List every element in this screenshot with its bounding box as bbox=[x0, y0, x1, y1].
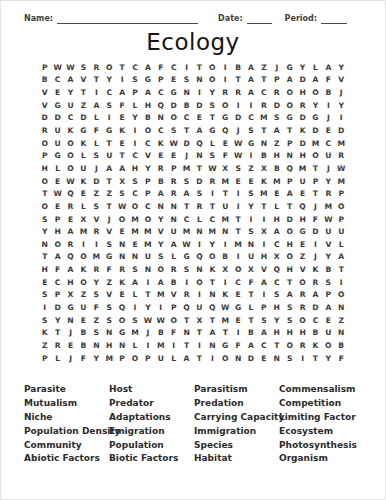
grid-cell-r11c7: S bbox=[116, 187, 129, 200]
grid-cell-r17c11: R bbox=[167, 263, 180, 276]
grid-cell-r22c18: A bbox=[257, 326, 270, 339]
grid-cell-r20c2: D bbox=[51, 301, 64, 314]
grid-cell-r1c1: P bbox=[38, 61, 51, 74]
grid-cell-r8c6: U bbox=[103, 149, 116, 162]
grid-cell-r19c18: I bbox=[257, 289, 270, 302]
grid-cell-r7c8: I bbox=[129, 137, 142, 150]
grid-cell-r3c4: T bbox=[77, 86, 90, 99]
grid-cell-r14c6: V bbox=[103, 225, 116, 238]
grid-cell-r10c20: P bbox=[283, 175, 296, 188]
grid-cell-r24c3: J bbox=[64, 352, 77, 365]
grid-cell-r6c11: S bbox=[167, 124, 180, 137]
grid-cell-r2c22: A bbox=[309, 74, 322, 87]
grid-cell-r22c21: H bbox=[296, 326, 309, 339]
grid-cell-r15c23: V bbox=[322, 238, 335, 251]
worksheet-page: Name: Date: Period: Ecology PWWSROTCAFCI… bbox=[0, 0, 386, 500]
grid-cell-r6c14: G bbox=[206, 124, 219, 137]
grid-cell-r10c15: M bbox=[219, 175, 232, 188]
grid-cell-r10c6: T bbox=[103, 175, 116, 188]
grid-cell-r14c1: Y bbox=[38, 225, 51, 238]
grid-cell-r14c10: V bbox=[154, 225, 167, 238]
grid-cell-r21c22: C bbox=[309, 314, 322, 327]
grid-cell-r18c19: C bbox=[270, 276, 283, 289]
grid-cell-r5c3: C bbox=[64, 112, 77, 125]
grid-cell-r13c10: Y bbox=[154, 213, 167, 226]
grid-cell-r15c7: N bbox=[116, 238, 129, 251]
word-list-item: Biotic Factors bbox=[109, 452, 194, 466]
grid-cell-r5c23: J bbox=[322, 112, 335, 125]
grid-cell-r14c15: N bbox=[219, 225, 232, 238]
grid-cell-r12c3: R bbox=[64, 200, 77, 213]
grid-cell-r14c13: N bbox=[193, 225, 206, 238]
grid-cell-r10c4: K bbox=[77, 175, 90, 188]
grid-cell-r5c7: E bbox=[116, 112, 129, 125]
grid-cell-r13c17: I bbox=[245, 213, 258, 226]
grid-cell-r7c24: M bbox=[335, 137, 348, 150]
grid-cell-r15c1: N bbox=[38, 238, 51, 251]
grid-cell-r1c6: O bbox=[103, 61, 116, 74]
grid-cell-r6c10: C bbox=[154, 124, 167, 137]
word-list-item: Ecosystem bbox=[279, 425, 385, 439]
date-blank-line bbox=[247, 14, 272, 24]
grid-cell-r24c1: P bbox=[38, 352, 51, 365]
worksheet-header: Name: Date: Period: bbox=[1, 1, 385, 24]
grid-cell-r9c20: Q bbox=[283, 162, 296, 175]
grid-cell-r9c1: H bbox=[38, 162, 51, 175]
grid-cell-r8c22: O bbox=[309, 149, 322, 162]
grid-cell-r10c14: R bbox=[206, 175, 219, 188]
grid-cell-r16c18: H bbox=[257, 251, 270, 264]
grid-cell-r2c10: P bbox=[154, 74, 167, 87]
grid-cell-r11c4: E bbox=[77, 187, 90, 200]
grid-cell-r20c3: G bbox=[64, 301, 77, 314]
grid-cell-r15c21: E bbox=[296, 238, 309, 251]
grid-cell-r17c19: Q bbox=[270, 263, 283, 276]
grid-cell-r16c7: N bbox=[116, 251, 129, 264]
grid-cell-r1c24: Y bbox=[335, 61, 348, 74]
grid-cell-r19c10: M bbox=[154, 289, 167, 302]
grid-cell-r3c14: Y bbox=[206, 86, 219, 99]
grid-cell-r18c17: F bbox=[245, 276, 258, 289]
grid-cell-r7c5: L bbox=[90, 137, 103, 150]
grid-cell-r22c10: B bbox=[154, 326, 167, 339]
grid-cell-r16c1: T bbox=[38, 251, 51, 264]
grid-cell-r3c13: I bbox=[193, 86, 206, 99]
word-list-item: Community bbox=[24, 439, 109, 453]
grid-cell-r23c1: Z bbox=[38, 339, 51, 352]
grid-cell-r4c14: S bbox=[206, 99, 219, 112]
grid-cell-r2c20: A bbox=[283, 74, 296, 87]
grid-cell-r1c22: L bbox=[309, 61, 322, 74]
grid-cell-r7c4: K bbox=[77, 137, 90, 150]
grid-cell-r16c17: U bbox=[245, 251, 258, 264]
grid-cell-r23c5: N bbox=[90, 339, 103, 352]
grid-cell-r7c22: M bbox=[309, 137, 322, 150]
grid-cell-r4c11: D bbox=[167, 99, 180, 112]
grid-cell-r8c9: V bbox=[141, 149, 154, 162]
grid-cell-r5c1: D bbox=[38, 112, 51, 125]
grid-cell-r4c18: R bbox=[257, 99, 270, 112]
grid-cell-r3c24: J bbox=[335, 86, 348, 99]
grid-cell-r12c19: L bbox=[270, 200, 283, 213]
grid-cell-r16c20: O bbox=[283, 251, 296, 264]
grid-cell-r5c15: G bbox=[219, 112, 232, 125]
grid-cell-r6c19: A bbox=[270, 124, 283, 137]
grid-cell-r14c2: H bbox=[51, 225, 64, 238]
grid-cell-r19c17: T bbox=[245, 289, 258, 302]
grid-cell-r20c19: H bbox=[270, 301, 283, 314]
grid-cell-r3c3: Y bbox=[64, 86, 77, 99]
grid-cell-r15c2: O bbox=[51, 238, 64, 251]
grid-cell-r16c24: A bbox=[335, 251, 348, 264]
grid-cell-r23c11: I bbox=[167, 339, 180, 352]
grid-cell-r21c20: S bbox=[283, 314, 296, 327]
grid-cell-r6c9: O bbox=[141, 124, 154, 137]
grid-cell-r6c6: G bbox=[103, 124, 116, 137]
grid-cell-r2c12: S bbox=[180, 74, 193, 87]
grid-cell-r3c2: E bbox=[51, 86, 64, 99]
grid-cell-r18c23: S bbox=[322, 276, 335, 289]
grid-cell-r20c13: U bbox=[193, 301, 206, 314]
grid-cell-r19c12: R bbox=[180, 289, 193, 302]
grid-cell-r21c18: S bbox=[257, 314, 270, 327]
grid-cell-r6c17: S bbox=[245, 124, 258, 137]
grid-cell-r17c6: F bbox=[103, 263, 116, 276]
grid-cell-r14c20: O bbox=[283, 225, 296, 238]
grid-cell-r17c2: F bbox=[51, 263, 64, 276]
grid-cell-r12c16: I bbox=[232, 200, 245, 213]
grid-cell-r16c6: G bbox=[103, 251, 116, 264]
grid-cell-r19c9: T bbox=[141, 289, 154, 302]
grid-cell-r11c16: I bbox=[232, 187, 245, 200]
grid-cell-r8c12: J bbox=[180, 149, 193, 162]
grid-cell-r18c21: O bbox=[296, 276, 309, 289]
grid-cell-r15c9: M bbox=[141, 238, 154, 251]
grid-cell-r22c20: H bbox=[283, 326, 296, 339]
grid-cell-r16c3: Q bbox=[64, 251, 77, 264]
grid-cell-r19c8: L bbox=[129, 289, 142, 302]
grid-cell-r8c8: C bbox=[129, 149, 142, 162]
grid-cell-r14c21: G bbox=[296, 225, 309, 238]
grid-cell-r8c13: N bbox=[193, 149, 206, 162]
grid-cell-r7c20: P bbox=[283, 137, 296, 150]
grid-cell-r2c4: V bbox=[77, 74, 90, 87]
grid-cell-r12c4: L bbox=[77, 200, 90, 213]
grid-cell-r13c2: P bbox=[51, 213, 64, 226]
grid-cell-r8c23: U bbox=[322, 149, 335, 162]
grid-cell-r19c20: A bbox=[283, 289, 296, 302]
grid-cell-r15c3: R bbox=[64, 238, 77, 251]
grid-cell-r1c23: A bbox=[322, 61, 335, 74]
grid-cell-r20c23: A bbox=[322, 301, 335, 314]
grid-cell-r24c13: T bbox=[193, 352, 206, 365]
grid-cell-r17c7: R bbox=[116, 263, 129, 276]
date-label: Date: bbox=[218, 14, 243, 24]
grid-cell-r3c5: I bbox=[90, 86, 103, 99]
grid-cell-r17c10: O bbox=[154, 263, 167, 276]
grid-cell-r20c22: D bbox=[309, 301, 322, 314]
grid-cell-r20c12: Q bbox=[180, 301, 193, 314]
word-list-item: Photosynthesis bbox=[279, 439, 385, 453]
grid-cell-r22c13: T bbox=[193, 326, 206, 339]
grid-cell-r17c20: H bbox=[283, 263, 296, 276]
grid-cell-r22c14: A bbox=[206, 326, 219, 339]
grid-cell-r1c4: S bbox=[77, 61, 90, 74]
grid-cell-r6c12: T bbox=[180, 124, 193, 137]
grid-cell-r21c16: E bbox=[232, 314, 245, 327]
grid-cell-r17c5: R bbox=[90, 263, 103, 276]
grid-cell-r8c20: N bbox=[283, 149, 296, 162]
grid-cell-r24c9: P bbox=[141, 352, 154, 365]
grid-cell-r21c4: E bbox=[77, 314, 90, 327]
grid-cell-r4c5: A bbox=[90, 99, 103, 112]
grid-cell-r1c19: J bbox=[270, 61, 283, 74]
grid-cell-r14c5: R bbox=[90, 225, 103, 238]
grid-cell-r3c22: O bbox=[309, 86, 322, 99]
grid-cell-r13c8: M bbox=[129, 213, 142, 226]
grid-cell-r20c20: S bbox=[283, 301, 296, 314]
grid-cell-r17c12: S bbox=[180, 263, 193, 276]
grid-cell-r8c3: O bbox=[64, 149, 77, 162]
grid-cell-r20c9: Y bbox=[141, 301, 154, 314]
grid-cell-r1c9: A bbox=[141, 61, 154, 74]
grid-cell-r2c6: Y bbox=[103, 74, 116, 87]
grid-cell-r8c19: H bbox=[270, 149, 283, 162]
grid-cell-r12c1: O bbox=[38, 200, 51, 213]
grid-cell-r14c22: D bbox=[309, 225, 322, 238]
grid-cell-r16c14: O bbox=[206, 251, 219, 264]
grid-cell-r19c24: O bbox=[335, 289, 348, 302]
grid-cell-r3c23: B bbox=[322, 86, 335, 99]
grid-cell-r20c10: I bbox=[154, 301, 167, 314]
grid-cell-r7c13: Q bbox=[193, 137, 206, 150]
grid-cell-r4c17: I bbox=[245, 99, 258, 112]
grid-cell-r24c19: N bbox=[270, 352, 283, 365]
grid-cell-r23c21: R bbox=[296, 339, 309, 352]
grid-cell-r1c15: I bbox=[219, 61, 232, 74]
grid-cell-r3c7: A bbox=[116, 86, 129, 99]
grid-cell-r14c7: E bbox=[116, 225, 129, 238]
grid-cell-r12c15: U bbox=[219, 200, 232, 213]
grid-cell-r14c12: M bbox=[180, 225, 193, 238]
grid-cell-r3c12: N bbox=[180, 86, 193, 99]
grid-cell-r24c24: F bbox=[335, 352, 348, 365]
grid-cell-r11c13: S bbox=[193, 187, 206, 200]
grid-cell-r4c16: I bbox=[232, 99, 245, 112]
name-label: Name: bbox=[24, 14, 53, 24]
grid-cell-r6c21: K bbox=[296, 124, 309, 137]
grid-cell-r7c3: O bbox=[64, 137, 77, 150]
grid-cell-r17c24: T bbox=[335, 263, 348, 276]
grid-cell-r4c9: H bbox=[141, 99, 154, 112]
grid-cell-r24c5: Y bbox=[90, 352, 103, 365]
grid-cell-r9c11: P bbox=[167, 162, 180, 175]
grid-cell-r21c11: O bbox=[167, 314, 180, 327]
grid-cell-r11c21: E bbox=[296, 187, 309, 200]
grid-cell-r17c15: X bbox=[219, 263, 232, 276]
grid-cell-r6c3: K bbox=[64, 124, 77, 137]
grid-cell-r1c16: B bbox=[232, 61, 245, 74]
grid-cell-r7c19: Z bbox=[270, 137, 283, 150]
grid-cell-r20c15: W bbox=[219, 301, 232, 314]
grid-cell-r12c24: O bbox=[335, 200, 348, 213]
grid-cell-r7c17: G bbox=[245, 137, 258, 150]
grid-cell-r12c23: M bbox=[322, 200, 335, 213]
word-list-item: Population Density bbox=[24, 425, 109, 439]
grid-cell-r6c15: Q bbox=[219, 124, 232, 137]
grid-cell-r19c23: P bbox=[322, 289, 335, 302]
grid-cell-r2c9: G bbox=[141, 74, 154, 87]
word-list-item: Niche bbox=[24, 411, 109, 425]
grid-cell-r7c14: L bbox=[206, 137, 219, 150]
grid-cell-r10c12: S bbox=[180, 175, 193, 188]
grid-cell-r11c15: T bbox=[219, 187, 232, 200]
grid-cell-r4c7: F bbox=[116, 99, 129, 112]
grid-cell-r21c15: M bbox=[219, 314, 232, 327]
grid-cell-r18c1: E bbox=[38, 276, 51, 289]
word-list-item: Habitat bbox=[194, 452, 279, 466]
grid-cell-r10c22: P bbox=[309, 175, 322, 188]
grid-cell-r2c14: O bbox=[206, 74, 219, 87]
grid-cell-r5c6: I bbox=[103, 112, 116, 125]
grid-cell-r16c13: Q bbox=[193, 251, 206, 264]
name-blank-line bbox=[57, 14, 198, 24]
grid-cell-r23c6: H bbox=[103, 339, 116, 352]
grid-cell-r13c21: H bbox=[296, 213, 309, 226]
grid-cell-r23c23: O bbox=[322, 339, 335, 352]
grid-cell-r2c24: V bbox=[335, 74, 348, 87]
grid-cell-r20c16: G bbox=[232, 301, 245, 314]
grid-cell-r19c19: S bbox=[270, 289, 283, 302]
grid-cell-r15c8: E bbox=[129, 238, 142, 251]
grid-cell-r20c14: Q bbox=[206, 301, 219, 314]
grid-cell-r22c12: N bbox=[180, 326, 193, 339]
grid-cell-r24c22: T bbox=[309, 352, 322, 365]
grid-cell-r5c17: C bbox=[245, 112, 258, 125]
grid-cell-r23c9: I bbox=[141, 339, 154, 352]
grid-cell-r11c10: A bbox=[154, 187, 167, 200]
grid-cell-r2c1: B bbox=[38, 74, 51, 87]
word-list-item: Adaptations bbox=[109, 411, 194, 425]
word-list-item: Predation bbox=[194, 397, 279, 411]
grid-cell-r16c19: X bbox=[270, 251, 283, 264]
grid-cell-r12c8: O bbox=[129, 200, 142, 213]
grid-cell-r9c10: R bbox=[154, 162, 167, 175]
grid-cell-r9c23: J bbox=[322, 162, 335, 175]
grid-cell-r8c15: F bbox=[219, 149, 232, 162]
grid-cell-r23c20: O bbox=[283, 339, 296, 352]
grid-cell-r6c13: A bbox=[193, 124, 206, 137]
grid-cell-r6c1: R bbox=[38, 124, 51, 137]
grid-cell-r3c6: C bbox=[103, 86, 116, 99]
grid-cell-r23c14: N bbox=[206, 339, 219, 352]
grid-cell-r9c18: X bbox=[257, 162, 270, 175]
grid-cell-r5c21: D bbox=[296, 112, 309, 125]
grid-cell-r5c24: I bbox=[335, 112, 348, 125]
grid-cell-r9c21: M bbox=[296, 162, 309, 175]
grid-cell-r13c20: D bbox=[283, 213, 296, 226]
grid-cell-r21c10: W bbox=[154, 314, 167, 327]
grid-cell-r21c3: N bbox=[64, 314, 77, 327]
word-list-item: Parasitism bbox=[194, 383, 279, 397]
grid-cell-r21c23: E bbox=[322, 314, 335, 327]
word-list-item: Commensalism bbox=[279, 383, 385, 397]
grid-cell-r2c17: A bbox=[245, 74, 258, 87]
grid-cell-r1c7: T bbox=[116, 61, 129, 74]
grid-cell-r12c10: N bbox=[154, 200, 167, 213]
grid-cell-r20c24: N bbox=[335, 301, 348, 314]
grid-cell-r20c5: F bbox=[90, 301, 103, 314]
grid-cell-r12c5: S bbox=[90, 200, 103, 213]
grid-cell-r9c7: A bbox=[116, 162, 129, 175]
grid-cell-r11c23: R bbox=[322, 187, 335, 200]
grid-cell-r19c11: V bbox=[167, 289, 180, 302]
grid-cell-r18c9: I bbox=[141, 276, 154, 289]
word-list-item: Abiotic Factors bbox=[24, 452, 109, 466]
grid-cell-r16c23: Y bbox=[322, 251, 335, 264]
grid-cell-r14c4: M bbox=[77, 225, 90, 238]
grid-cell-r1c5: R bbox=[90, 61, 103, 74]
grid-cell-r4c10: Q bbox=[154, 99, 167, 112]
grid-cell-r7c18: N bbox=[257, 137, 270, 150]
grid-cell-r14c19: A bbox=[270, 225, 283, 238]
grid-cell-r10c23: Y bbox=[322, 175, 335, 188]
grid-cell-r19c5: S bbox=[90, 289, 103, 302]
grid-cell-r7c16: W bbox=[232, 137, 245, 150]
word-list-item: Parasite bbox=[24, 383, 109, 397]
grid-cell-r18c2: C bbox=[51, 276, 64, 289]
grid-cell-r24c16: N bbox=[232, 352, 245, 365]
puzzle-title: Ecology bbox=[1, 29, 385, 55]
grid-cell-r4c12: B bbox=[180, 99, 193, 112]
word-list-item: Competition bbox=[279, 397, 385, 411]
grid-cell-r9c9: Y bbox=[141, 162, 154, 175]
grid-cell-r6c20: T bbox=[283, 124, 296, 137]
grid-cell-r5c2: D bbox=[51, 112, 64, 125]
grid-cell-r23c16: F bbox=[232, 339, 245, 352]
grid-cell-r23c8: L bbox=[129, 339, 142, 352]
grid-cell-r8c11: E bbox=[167, 149, 180, 162]
grid-cell-r10c17: E bbox=[245, 175, 258, 188]
grid-cell-r13c7: O bbox=[116, 213, 129, 226]
grid-cell-r4c15: O bbox=[219, 99, 232, 112]
grid-cell-r23c12: T bbox=[180, 339, 193, 352]
grid-cell-r17c4: K bbox=[77, 263, 90, 276]
grid-cell-r2c16: T bbox=[232, 74, 245, 87]
grid-cell-r18c18: A bbox=[257, 276, 270, 289]
grid-cell-r10c24: M bbox=[335, 175, 348, 188]
grid-cell-r9c19: B bbox=[270, 162, 283, 175]
grid-cell-r19c1: S bbox=[38, 289, 51, 302]
grid-cell-r9c16: S bbox=[232, 162, 245, 175]
grid-cell-r5c9: B bbox=[141, 112, 154, 125]
grid-cell-r8c2: G bbox=[51, 149, 64, 162]
grid-cell-r16c15: B bbox=[219, 251, 232, 264]
grid-cell-r5c22: G bbox=[309, 112, 322, 125]
grid-cell-r10c5: D bbox=[90, 175, 103, 188]
grid-cell-r13c15: M bbox=[219, 213, 232, 226]
grid-cell-r21c12: T bbox=[180, 314, 193, 327]
grid-cell-r20c11: P bbox=[167, 301, 180, 314]
grid-cell-r8c7: T bbox=[116, 149, 129, 162]
grid-cell-r23c22: K bbox=[309, 339, 322, 352]
grid-cell-r10c3: W bbox=[64, 175, 77, 188]
grid-cell-r24c23: Y bbox=[322, 352, 335, 365]
grid-cell-r14c9: M bbox=[141, 225, 154, 238]
grid-cell-r17c21: V bbox=[296, 263, 309, 276]
grid-cell-r10c10: B bbox=[154, 175, 167, 188]
grid-cell-r5c14: T bbox=[206, 112, 219, 125]
